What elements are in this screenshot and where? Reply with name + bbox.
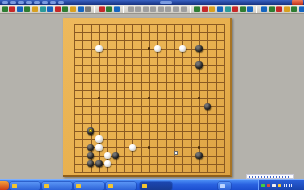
menu-item[interactable] bbox=[58, 1, 64, 4]
grid-line-vertical bbox=[166, 24, 167, 173]
menu-item[interactable] bbox=[26, 1, 32, 4]
last-move-marker bbox=[89, 129, 92, 132]
tray-icon[interactable] bbox=[267, 184, 271, 188]
toolbar-icon[interactable] bbox=[143, 6, 149, 12]
toolbar-icon[interactable] bbox=[32, 6, 38, 12]
toolbar-icon[interactable] bbox=[202, 6, 208, 12]
toolbar-icon[interactable] bbox=[99, 6, 105, 12]
tray-icon[interactable] bbox=[272, 184, 276, 188]
menu-item[interactable] bbox=[42, 1, 48, 4]
black-stone-Q14 bbox=[195, 61, 202, 68]
toolbar-icon[interactable] bbox=[194, 6, 200, 12]
black-stone-Q16 bbox=[195, 45, 202, 52]
toolbar-icon[interactable] bbox=[181, 6, 187, 12]
white-stone-D5 bbox=[95, 135, 102, 142]
taskbar-button-icon bbox=[76, 184, 81, 188]
menu-item[interactable] bbox=[2, 1, 8, 4]
toolbar-icon[interactable] bbox=[85, 6, 91, 12]
taskbar-button-icon bbox=[108, 184, 113, 188]
toolbar-separator bbox=[123, 6, 124, 13]
black-stone-Q3 bbox=[195, 152, 202, 159]
grid-line-vertical bbox=[224, 24, 225, 173]
status-note-text-illegible bbox=[249, 176, 291, 178]
black-stone-C2 bbox=[87, 160, 94, 167]
black-stone-C3 bbox=[87, 152, 94, 159]
grid-line-vertical bbox=[191, 24, 192, 173]
menu-item[interactable] bbox=[50, 1, 56, 4]
toolbar-icon[interactable] bbox=[240, 6, 246, 12]
grid-line-vertical bbox=[207, 24, 208, 173]
toolbar-icon[interactable] bbox=[158, 6, 164, 12]
toolbar-icon[interactable] bbox=[128, 6, 134, 12]
toolbar-icon[interactable] bbox=[2, 6, 8, 12]
black-stone-C4 bbox=[87, 144, 94, 151]
toolbar-icon[interactable] bbox=[173, 6, 179, 12]
taskbar-window-button[interactable] bbox=[140, 182, 172, 190]
taskbar-button-icon bbox=[12, 184, 17, 188]
star-point bbox=[148, 47, 150, 49]
toolbar-separator bbox=[256, 6, 257, 13]
white-stone-E3 bbox=[104, 152, 111, 159]
toolbar-icon[interactable] bbox=[269, 6, 275, 12]
taskbar-window-button[interactable] bbox=[106, 182, 136, 190]
toolbar-icon[interactable] bbox=[47, 6, 53, 12]
white-stone-D16 bbox=[95, 45, 102, 52]
toolbar-icon[interactable] bbox=[217, 6, 223, 12]
menu-item[interactable] bbox=[34, 1, 40, 4]
grid-line-horizontal bbox=[74, 114, 225, 115]
grid-line-horizontal bbox=[74, 106, 225, 107]
toolbar-icon[interactable] bbox=[106, 6, 112, 12]
taskbar-window-button[interactable] bbox=[10, 182, 40, 190]
white-stone-L16 bbox=[154, 45, 161, 52]
toolbar-icon[interactable] bbox=[9, 6, 15, 12]
system-tray bbox=[258, 180, 304, 190]
taskbar-window-button[interactable] bbox=[42, 182, 72, 190]
toolbar bbox=[0, 5, 304, 14]
black-stone-R9 bbox=[204, 103, 211, 110]
grid-line-horizontal bbox=[74, 131, 225, 132]
toolbar-icon[interactable] bbox=[114, 6, 120, 12]
taskbar-button-icon bbox=[44, 184, 49, 188]
toolbar-icon[interactable] bbox=[247, 6, 253, 12]
toolbar-icon[interactable] bbox=[150, 6, 156, 12]
toolbar-icon[interactable] bbox=[261, 6, 267, 12]
white-stone-O16 bbox=[179, 45, 186, 52]
star-point bbox=[148, 146, 150, 148]
toolbar-icon[interactable] bbox=[24, 6, 30, 12]
toolbar-icon[interactable] bbox=[40, 6, 46, 12]
taskbar-window-button[interactable] bbox=[218, 182, 231, 190]
toolbar-icon[interactable] bbox=[232, 6, 238, 12]
black-stone-C6 bbox=[87, 127, 94, 134]
toolbar-separator bbox=[94, 6, 95, 13]
black-stone-F3 bbox=[112, 152, 119, 159]
white-stone-E2 bbox=[104, 160, 111, 167]
tray-clock bbox=[284, 184, 293, 187]
toolbar-icon[interactable] bbox=[291, 6, 297, 12]
toolbar-icon[interactable] bbox=[17, 6, 23, 12]
toolbar-icon[interactable] bbox=[225, 6, 231, 12]
screen bbox=[0, 0, 304, 190]
taskbar-button-icon bbox=[220, 184, 225, 188]
taskbar-window-button[interactable] bbox=[74, 182, 104, 190]
taskbar-button-icon bbox=[142, 184, 147, 188]
taskbar bbox=[0, 179, 304, 190]
toolbar-icon[interactable] bbox=[165, 6, 171, 12]
start-button[interactable] bbox=[0, 181, 9, 190]
black-stone-D2 bbox=[95, 160, 102, 167]
toolbar-separator bbox=[190, 6, 191, 13]
toolbar-icon[interactable] bbox=[284, 6, 290, 12]
mouse-cursor-square bbox=[174, 151, 178, 155]
toolbar-icon[interactable] bbox=[135, 6, 141, 12]
toolbar-icon[interactable] bbox=[70, 6, 76, 12]
toolbar-icon[interactable] bbox=[209, 6, 215, 12]
menu-item[interactable] bbox=[160, 1, 172, 4]
menu-item[interactable] bbox=[18, 1, 24, 4]
tray-icon[interactable] bbox=[261, 184, 265, 188]
grid-line-vertical bbox=[216, 24, 217, 173]
grid-line-horizontal bbox=[74, 123, 225, 124]
toolbar-icon[interactable] bbox=[55, 6, 61, 12]
grid-line-horizontal bbox=[74, 172, 225, 173]
white-stone-D4 bbox=[95, 144, 102, 151]
star-point bbox=[198, 146, 200, 148]
toolbar-icon[interactable] bbox=[276, 6, 282, 12]
toolbar-icon[interactable] bbox=[62, 6, 68, 12]
go-board[interactable] bbox=[63, 18, 232, 177]
white-stone-H4 bbox=[129, 144, 136, 151]
menu-item[interactable] bbox=[10, 1, 16, 4]
toolbar-icon[interactable] bbox=[78, 6, 84, 12]
tray-icon[interactable] bbox=[278, 184, 282, 188]
toolbar-icon[interactable] bbox=[299, 6, 304, 12]
